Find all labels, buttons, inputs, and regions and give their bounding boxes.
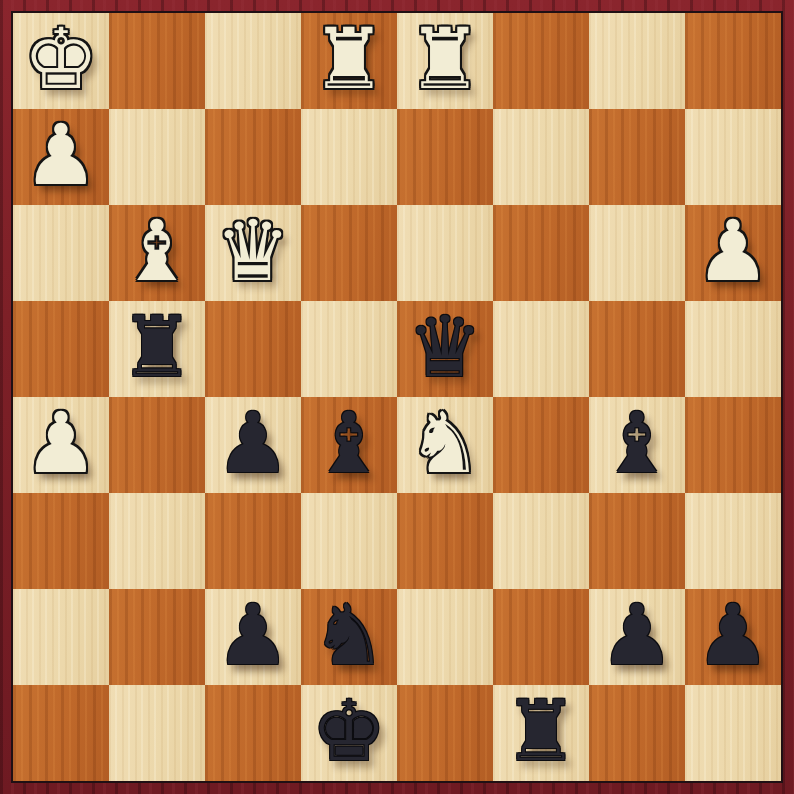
square-f8[interactable] [493,13,589,109]
square-g5[interactable] [589,301,685,397]
square-h2[interactable]: ♟ [685,589,781,685]
square-h3[interactable] [685,493,781,589]
square-g2[interactable]: ♟ [589,589,685,685]
square-a5[interactable] [13,301,109,397]
square-f4[interactable] [493,397,589,493]
square-b8[interactable] [109,13,205,109]
square-d4[interactable]: ♝ [301,397,397,493]
square-e5[interactable]: ♛ [397,301,493,397]
square-b1[interactable] [109,685,205,781]
square-f2[interactable] [493,589,589,685]
square-h1[interactable] [685,685,781,781]
piece-white-pawn[interactable]: ♟ [23,107,98,203]
square-g8[interactable] [589,13,685,109]
square-g6[interactable] [589,205,685,301]
piece-white-queen[interactable]: ♛ [215,203,290,299]
square-a4[interactable]: ♟ [13,397,109,493]
piece-white-king[interactable]: ♚ [23,11,98,107]
square-d8[interactable]: ♜ [301,13,397,109]
square-a2[interactable] [13,589,109,685]
square-e6[interactable] [397,205,493,301]
square-f3[interactable] [493,493,589,589]
square-h8[interactable] [685,13,781,109]
piece-white-rook[interactable]: ♜ [311,11,386,107]
square-h7[interactable] [685,109,781,205]
square-b3[interactable] [109,493,205,589]
square-e7[interactable] [397,109,493,205]
square-g3[interactable] [589,493,685,589]
square-c5[interactable] [205,301,301,397]
square-c7[interactable] [205,109,301,205]
square-h6[interactable]: ♟ [685,205,781,301]
square-d1[interactable]: ♚ [301,685,397,781]
piece-black-queen[interactable]: ♛ [407,299,482,395]
square-c2[interactable]: ♟ [205,589,301,685]
square-g7[interactable] [589,109,685,205]
board-frame: ♚♜♜♟♝♛♟♜♛♟♟♝♞♝♟♞♟♟♚♜ [0,0,794,794]
square-g4[interactable]: ♝ [589,397,685,493]
square-e1[interactable] [397,685,493,781]
square-b6[interactable]: ♝ [109,205,205,301]
square-h4[interactable] [685,397,781,493]
square-e3[interactable] [397,493,493,589]
square-b7[interactable] [109,109,205,205]
square-e4[interactable]: ♞ [397,397,493,493]
square-b2[interactable] [109,589,205,685]
piece-black-pawn[interactable]: ♟ [215,395,290,491]
piece-black-knight[interactable]: ♞ [311,587,386,683]
piece-black-king[interactable]: ♚ [311,683,386,779]
square-f1[interactable]: ♜ [493,685,589,781]
square-b5[interactable]: ♜ [109,301,205,397]
square-a7[interactable]: ♟ [13,109,109,205]
square-e8[interactable]: ♜ [397,13,493,109]
piece-black-pawn[interactable]: ♟ [215,587,290,683]
piece-white-bishop[interactable]: ♝ [119,203,194,299]
piece-white-pawn[interactable]: ♟ [695,203,770,299]
square-f5[interactable] [493,301,589,397]
piece-white-pawn[interactable]: ♟ [23,395,98,491]
square-d5[interactable] [301,301,397,397]
piece-black-rook[interactable]: ♜ [119,299,194,395]
square-h5[interactable] [685,301,781,397]
chess-board: ♚♜♜♟♝♛♟♜♛♟♟♝♞♝♟♞♟♟♚♜ [11,11,783,783]
piece-black-pawn[interactable]: ♟ [599,587,674,683]
piece-white-knight[interactable]: ♞ [407,395,482,491]
square-f7[interactable] [493,109,589,205]
square-a6[interactable] [13,205,109,301]
square-e2[interactable] [397,589,493,685]
square-a3[interactable] [13,493,109,589]
square-b4[interactable] [109,397,205,493]
square-a8[interactable]: ♚ [13,13,109,109]
square-d6[interactable] [301,205,397,301]
square-c3[interactable] [205,493,301,589]
square-c4[interactable]: ♟ [205,397,301,493]
piece-black-pawn[interactable]: ♟ [695,587,770,683]
piece-black-bishop[interactable]: ♝ [311,395,386,491]
square-c8[interactable] [205,13,301,109]
square-d2[interactable]: ♞ [301,589,397,685]
square-a1[interactable] [13,685,109,781]
piece-white-rook[interactable]: ♜ [407,11,482,107]
square-g1[interactable] [589,685,685,781]
square-f6[interactable] [493,205,589,301]
piece-black-rook[interactable]: ♜ [503,683,578,779]
piece-black-bishop[interactable]: ♝ [599,395,674,491]
square-d7[interactable] [301,109,397,205]
square-c6[interactable]: ♛ [205,205,301,301]
square-d3[interactable] [301,493,397,589]
square-c1[interactable] [205,685,301,781]
